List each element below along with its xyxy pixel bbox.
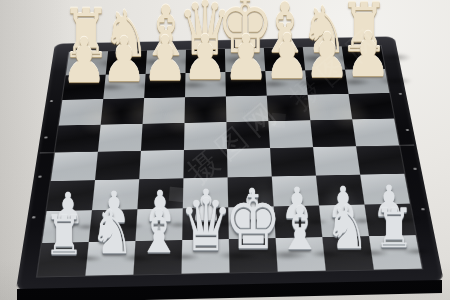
- square-a3: [47, 180, 95, 211]
- square-h3: [360, 174, 410, 205]
- square-g8: [303, 46, 345, 70]
- latch-pin-dot: [413, 168, 417, 170]
- square-c7: [144, 73, 185, 98]
- square-f7: [265, 70, 307, 95]
- square-a2: [42, 210, 92, 243]
- latch-pin-dot: [421, 208, 425, 210]
- square-g2: [319, 205, 369, 238]
- chess-photo-scene: ♜♞♝♛♚♝♞♜♟♟♟♟♟♟♟♟♟♟♟♟♟♟♟♟♜♜♞♞♝♝♛♛♚♚♝♝♞♞♜♜…: [0, 0, 450, 300]
- board-squares: [37, 46, 422, 277]
- square-c3: [137, 178, 183, 209]
- square-d1: [182, 239, 230, 274]
- square-b5: [98, 124, 143, 152]
- square-a7: [62, 75, 105, 100]
- square-d2: [182, 207, 229, 240]
- latch-pin-dot: [38, 175, 42, 177]
- square-d8: [186, 49, 226, 73]
- square-f3: [272, 176, 319, 207]
- square-d3: [183, 177, 228, 208]
- square-d6: [185, 96, 227, 122]
- square-c1: [133, 240, 182, 275]
- square-d4: [183, 149, 227, 178]
- board-frame: [16, 36, 444, 291]
- square-a1: [37, 242, 88, 277]
- latch-pin-dot: [44, 136, 47, 138]
- square-d7: [185, 72, 226, 97]
- square-a5: [55, 125, 101, 153]
- square-a6: [59, 99, 104, 126]
- latch-pin-dot: [399, 93, 402, 95]
- square-c4: [139, 150, 184, 179]
- square-f6: [267, 95, 311, 121]
- square-g5: [310, 119, 356, 147]
- latch-pin-dot: [32, 216, 36, 218]
- square-e2: [228, 206, 275, 239]
- square-c8: [146, 50, 186, 74]
- square-a8: [66, 51, 108, 75]
- square-b7: [103, 74, 145, 99]
- square-g6: [308, 94, 353, 120]
- square-h1: [369, 235, 422, 269]
- square-a4: [51, 152, 98, 181]
- square-b4: [95, 151, 141, 180]
- square-f5: [268, 120, 313, 148]
- square-e3: [228, 176, 274, 207]
- square-e1: [229, 238, 278, 273]
- square-h8: [342, 46, 385, 70]
- square-g3: [316, 175, 364, 206]
- square-e4: [227, 148, 272, 177]
- square-g1: [322, 236, 374, 270]
- square-g4: [313, 146, 360, 175]
- square-d5: [184, 122, 227, 150]
- square-h2: [364, 204, 415, 237]
- square-h5: [352, 119, 399, 147]
- latch-pin-dot: [406, 129, 410, 131]
- square-c5: [141, 123, 185, 151]
- square-e5: [226, 121, 270, 149]
- square-c2: [135, 208, 182, 241]
- square-c6: [143, 97, 185, 124]
- square-b6: [101, 98, 144, 125]
- square-g7: [305, 70, 348, 95]
- square-f4: [270, 147, 316, 176]
- square-h7: [345, 69, 389, 94]
- square-b8: [106, 51, 147, 75]
- square-b1: [85, 241, 135, 276]
- square-f1: [276, 237, 326, 272]
- square-f2: [274, 205, 323, 238]
- square-b2: [89, 209, 138, 242]
- square-h4: [356, 145, 404, 174]
- latch-pin-dot: [50, 100, 53, 102]
- square-e8: [225, 48, 265, 72]
- square-f8: [264, 47, 305, 71]
- square-e6: [226, 96, 268, 122]
- square-h6: [349, 93, 395, 119]
- square-e7: [225, 71, 266, 96]
- chess-board: [0, 0, 450, 300]
- square-b3: [92, 179, 139, 210]
